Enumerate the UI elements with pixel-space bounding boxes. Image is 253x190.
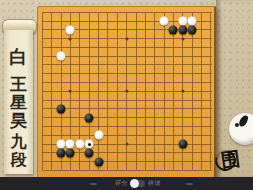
- white-stone: [188, 17, 197, 26]
- hoshi-point: [125, 37, 128, 40]
- display-toggle[interactable]: [131, 180, 145, 187]
- white-stone: [85, 140, 94, 149]
- logo-brush-dot-icon: [235, 123, 239, 127]
- board-grid-line: [42, 135, 212, 136]
- board-grid-line: [136, 12, 137, 170]
- white-stone: [57, 52, 66, 61]
- board-grid-line: [145, 12, 146, 170]
- hoshi-point: [69, 37, 72, 40]
- white-stone: [66, 25, 75, 34]
- player-name-char: 昊: [4, 112, 33, 129]
- player-rank-char: 段: [4, 152, 33, 168]
- bar-divider-right: [186, 183, 193, 185]
- white-player-scroll: 白 王 星 昊 九 段: [4, 30, 33, 174]
- board-grid-line: [42, 82, 212, 83]
- go-app-window: 白 王 星 昊 九 段 围 评分 棋谱: [0, 0, 253, 190]
- black-stone: [94, 157, 103, 166]
- go-board[interactable]: [38, 7, 216, 177]
- player-color-label: 白: [4, 48, 33, 66]
- player-rank-char: 九: [4, 134, 33, 150]
- board-grid-line: [192, 12, 193, 170]
- board-grid-line: [42, 161, 212, 162]
- board-grid-line: [42, 56, 212, 57]
- app-logo: 围: [219, 146, 241, 174]
- black-stone: [188, 25, 197, 34]
- board-grid-line: [42, 170, 212, 171]
- hoshi-point: [125, 143, 128, 146]
- white-stone: [178, 17, 187, 26]
- board-grid-line: [42, 47, 212, 48]
- hoshi-point: [181, 90, 184, 93]
- black-stone: [57, 148, 66, 157]
- white-stone: [160, 17, 169, 26]
- board-grid-line: [42, 108, 212, 109]
- board-grid-line: [42, 64, 212, 65]
- board-grid-line: [210, 12, 211, 170]
- toggle-knob: [130, 179, 139, 188]
- white-stone: [75, 140, 84, 149]
- player-name-char: 王: [4, 76, 33, 93]
- board-grid-line: [42, 12, 212, 13]
- black-stone: [85, 148, 94, 157]
- bar-label-left: 评分: [100, 180, 128, 187]
- board-grid-line: [42, 100, 212, 101]
- bar-label-right: 棋谱: [148, 180, 182, 187]
- white-stone: [57, 140, 66, 149]
- board-grid-line: [164, 12, 165, 170]
- bar-divider-left: [90, 183, 97, 185]
- white-stone: [66, 140, 75, 149]
- hoshi-point: [125, 90, 128, 93]
- black-stone: [178, 25, 187, 34]
- black-stone: [57, 104, 66, 113]
- bottom-bar: 评分 棋谱: [0, 177, 253, 190]
- hoshi-point: [181, 37, 184, 40]
- board-grid-line: [42, 126, 212, 127]
- black-stone: [66, 148, 75, 157]
- board-grid-line: [154, 12, 155, 170]
- player-name-char: 星: [4, 94, 33, 111]
- last-move-marker: [88, 143, 91, 146]
- black-stone: [85, 113, 94, 122]
- black-stone: [169, 25, 178, 34]
- board-grid-line: [173, 12, 174, 170]
- board-grid-line: [42, 73, 212, 74]
- black-stone: [178, 140, 187, 149]
- board-grid-line: [42, 117, 212, 118]
- white-stone: [94, 131, 103, 140]
- hoshi-point: [69, 90, 72, 93]
- board-grid-line: [201, 12, 202, 170]
